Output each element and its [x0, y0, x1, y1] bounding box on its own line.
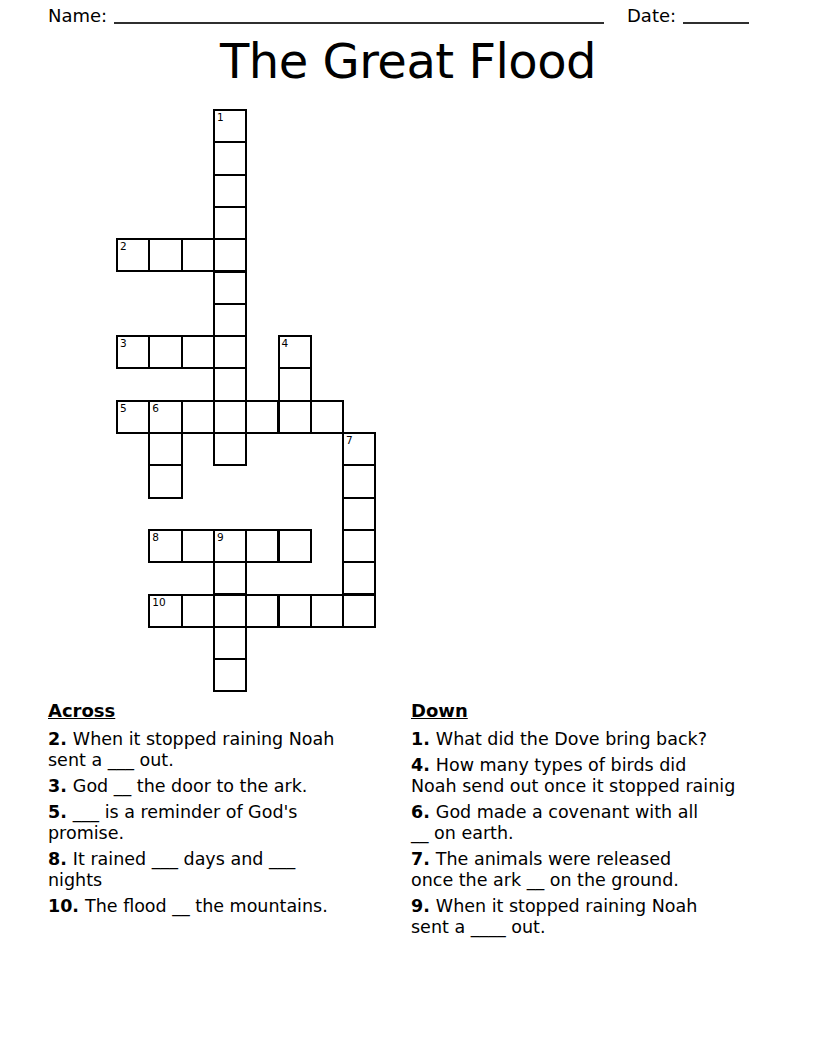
- clue-number: 9.: [411, 896, 430, 916]
- grid-cell-r15c6[interactable]: [310, 594, 344, 628]
- page-title: The Great Flood: [0, 33, 816, 89]
- grid-cell-r10c3[interactable]: [213, 432, 247, 466]
- clue-number: 5.: [48, 802, 67, 822]
- down-heading: Down: [411, 700, 781, 722]
- down-clue-1: 1.What did the Dove bring back?: [411, 729, 781, 750]
- grid-cell-r13c1[interactable]: 8: [148, 529, 182, 563]
- grid-cell-r15c7[interactable]: [342, 594, 376, 628]
- grid-cell-r10c1[interactable]: [148, 432, 182, 466]
- cell-number: 2: [120, 241, 127, 251]
- grid-cell-r13c4[interactable]: [245, 529, 279, 563]
- cell-number: 5: [120, 403, 127, 413]
- grid-cell-r7c0[interactable]: 3: [116, 335, 150, 369]
- across-clue-5: 5.___ is a reminder of God's promise.: [48, 802, 400, 844]
- grid-cell-r7c2[interactable]: [181, 335, 215, 369]
- grid-cell-r15c1[interactable]: 10: [148, 594, 182, 628]
- down-clues-list: 1.What did the Dove bring back?4.How man…: [411, 729, 781, 938]
- clue-text: When it stopped raining Noah sent a ____…: [411, 896, 697, 937]
- clue-number: 6.: [411, 802, 430, 822]
- across-clues-section: Across 2.When it stopped raining Noah se…: [48, 700, 400, 922]
- grid-cell-r7c5[interactable]: 4: [278, 335, 312, 369]
- grid-cell-r9c2[interactable]: [181, 400, 215, 434]
- grid-cell-r15c5[interactable]: [278, 594, 312, 628]
- grid-cell-r8c5[interactable]: [278, 367, 312, 401]
- grid-cell-r13c3[interactable]: 9: [213, 529, 247, 563]
- grid-cell-r12c7[interactable]: [342, 497, 376, 531]
- grid-cell-r0c3[interactable]: 1: [213, 109, 247, 143]
- clue-text: God made a covenant with all __ on earth…: [411, 802, 698, 843]
- name-field-row: Name:: [48, 5, 604, 26]
- across-clue-10: 10.The flood __ the mountains.: [48, 896, 400, 917]
- clue-number: 4.: [411, 755, 430, 775]
- grid-cell-r8c3[interactable]: [213, 367, 247, 401]
- clue-number: 1.: [411, 729, 430, 749]
- grid-cell-r4c0[interactable]: 2: [116, 238, 150, 272]
- grid-cell-r15c4[interactable]: [245, 594, 279, 628]
- clue-number: 2.: [48, 729, 67, 749]
- grid-cell-r7c1[interactable]: [148, 335, 182, 369]
- clue-text: How many types of birds did Noah send ou…: [411, 755, 735, 796]
- grid-cell-r9c5[interactable]: [278, 400, 312, 434]
- date-field-row: Date:: [627, 5, 749, 26]
- clue-text: ___ is a reminder of God's promise.: [48, 802, 297, 843]
- name-blank-line[interactable]: [114, 5, 604, 24]
- grid-cell-r4c1[interactable]: [148, 238, 182, 272]
- grid-cell-r16c3[interactable]: [213, 626, 247, 660]
- down-clue-6: 6.God made a covenant with all __ on ear…: [411, 802, 781, 844]
- grid-cell-r10c7[interactable]: 7: [342, 432, 376, 466]
- cell-number: 9: [217, 532, 224, 542]
- cell-number: 10: [152, 597, 165, 607]
- clue-text: The animals were released once the ark _…: [411, 849, 679, 890]
- clue-text: It rained ___ days and ___ nights: [48, 849, 295, 890]
- cell-number: 8: [152, 532, 159, 542]
- clue-text: What did the Dove bring back?: [436, 729, 707, 749]
- grid-cell-r13c2[interactable]: [181, 529, 215, 563]
- grid-cell-r17c3[interactable]: [213, 658, 247, 692]
- cell-number: 4: [282, 338, 289, 348]
- clue-text: God __ the door to the ark.: [73, 776, 308, 796]
- across-clues-list: 2.When it stopped raining Noah sent a __…: [48, 729, 400, 917]
- down-clue-9: 9.When it stopped raining Noah sent a __…: [411, 896, 781, 938]
- across-heading: Across: [48, 700, 400, 722]
- cell-number: 1: [217, 112, 224, 122]
- crossword-grid: 12345678910: [117, 110, 376, 692]
- clue-number: 10.: [48, 896, 79, 916]
- grid-cell-r11c1[interactable]: [148, 464, 182, 498]
- cell-number: 6: [152, 403, 159, 413]
- name-label: Name:: [48, 5, 107, 26]
- grid-cell-r15c3[interactable]: [213, 594, 247, 628]
- grid-cell-r3c3[interactable]: [213, 206, 247, 240]
- grid-cell-r9c3[interactable]: [213, 400, 247, 434]
- across-clue-2: 2.When it stopped raining Noah sent a __…: [48, 729, 400, 771]
- down-clues-section: Down 1.What did the Dove bring back?4.Ho…: [411, 700, 781, 943]
- grid-cell-r9c1[interactable]: 6: [148, 400, 182, 434]
- clue-number: 8.: [48, 849, 67, 869]
- clue-text: The flood __ the mountains.: [85, 896, 328, 916]
- grid-cell-r11c7[interactable]: [342, 464, 376, 498]
- grid-cell-r6c3[interactable]: [213, 303, 247, 337]
- grid-cell-r13c7[interactable]: [342, 529, 376, 563]
- grid-cell-r5c3[interactable]: [213, 271, 247, 305]
- down-clue-7: 7.The animals were released once the ark…: [411, 849, 781, 891]
- cell-number: 7: [346, 435, 353, 445]
- down-clue-4: 4.How many types of birds did Noah send …: [411, 755, 781, 797]
- clue-number: 7.: [411, 849, 430, 869]
- clue-number: 3.: [48, 776, 67, 796]
- date-label: Date:: [627, 5, 676, 26]
- grid-cell-r9c4[interactable]: [245, 400, 279, 434]
- across-clue-3: 3.God __ the door to the ark.: [48, 776, 400, 797]
- clue-text: When it stopped raining Noah sent a ___ …: [48, 729, 334, 770]
- grid-cell-r9c6[interactable]: [310, 400, 344, 434]
- grid-cell-r2c3[interactable]: [213, 174, 247, 208]
- cell-number: 3: [120, 338, 127, 348]
- grid-cell-r4c3[interactable]: [213, 238, 247, 272]
- grid-cell-r9c0[interactable]: 5: [116, 400, 150, 434]
- grid-cell-r14c3[interactable]: [213, 561, 247, 595]
- across-clue-8: 8.It rained ___ days and ___ nights: [48, 849, 400, 891]
- grid-cell-r7c3[interactable]: [213, 335, 247, 369]
- grid-cell-r4c2[interactable]: [181, 238, 215, 272]
- grid-cell-r15c2[interactable]: [181, 594, 215, 628]
- grid-cell-r13c5[interactable]: [278, 529, 312, 563]
- grid-cell-r14c7[interactable]: [342, 561, 376, 595]
- date-blank-line[interactable]: [683, 5, 749, 24]
- grid-cell-r1c3[interactable]: [213, 141, 247, 175]
